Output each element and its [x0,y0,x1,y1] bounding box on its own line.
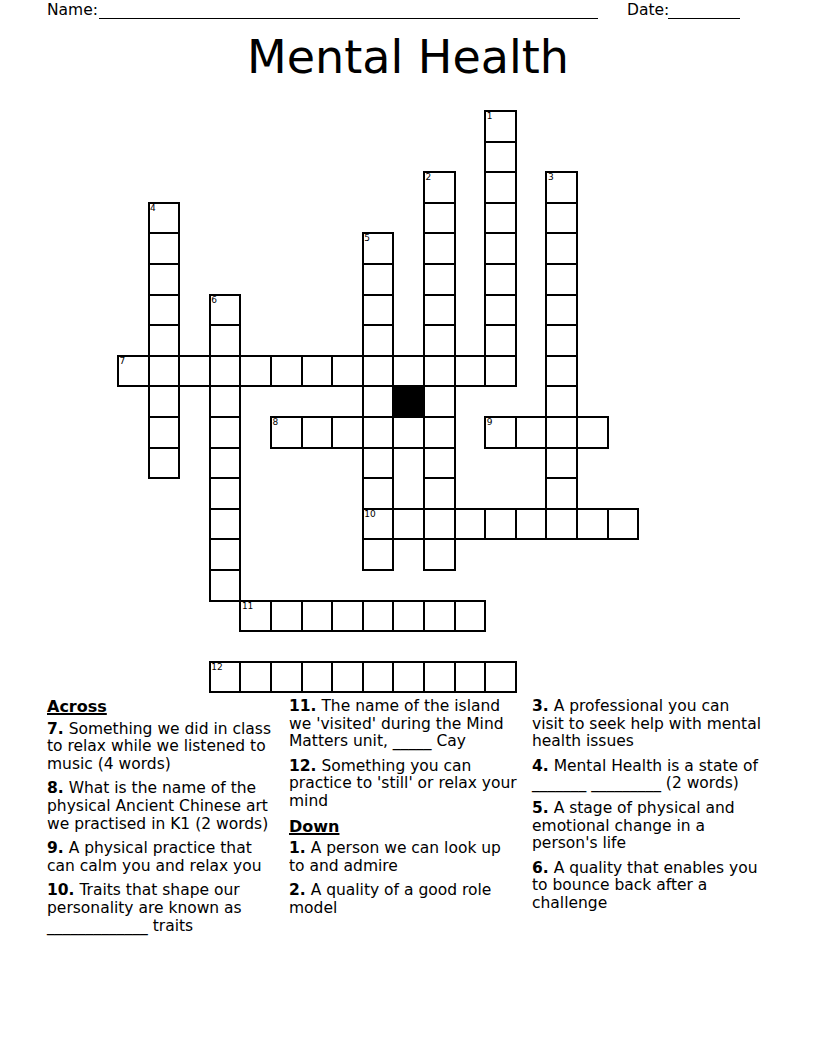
cell-r12-c14[interactable] [545,477,578,510]
grid-number-5: 5 [364,234,370,243]
clue-text-down-2: A quality of a good role model [289,881,491,917]
clue-number-down-5: 5. [532,799,549,817]
cell-r11-c3[interactable] [209,447,242,480]
clue-across-10: 10. Traits that shape our personality ar… [47,882,275,935]
cell-r8-c11[interactable] [454,355,487,388]
cell-r7-c1[interactable] [148,324,181,357]
date-label: Date: [627,1,669,19]
clue-down-4: 4. Mental Health is a state of _______ _… [532,758,766,793]
cell-r16-c7[interactable] [331,600,364,633]
cell-r6-c14[interactable] [545,294,578,327]
cell-r13-c12[interactable] [484,508,517,541]
cell-r18-c4[interactable] [239,661,272,694]
cell-r18-c9[interactable] [392,661,425,694]
cell-r9-c8[interactable] [362,385,395,418]
cell-r1-c12[interactable] [484,141,517,174]
cell-r6-c12[interactable] [484,294,517,327]
cell-r16-c10[interactable] [423,600,456,633]
cell-r10-c8[interactable] [362,416,395,449]
clue-number-down-1: 1. [289,839,306,857]
clue-number-across-11: 11. [289,697,316,715]
cell-r13-c11[interactable] [454,508,487,541]
cell-r13-c13[interactable] [515,508,548,541]
cell-r13-c14[interactable] [545,508,578,541]
clue-down-5: 5. A stage of physical and emotional cha… [532,800,766,853]
cell-r18-c11[interactable] [454,661,487,694]
cell-r12-c10[interactable] [423,477,456,510]
clue-number-across-7: 7. [47,720,64,738]
cell-r6-c8[interactable] [362,294,395,327]
crossword-grid: 123456789101112 [117,110,640,694]
clue-down-6: 6. A quality that enables you to bounce … [532,860,766,913]
cell-r3-c14[interactable] [545,202,578,235]
grid-number-8: 8 [273,418,279,427]
cell-r8-c12[interactable] [484,355,517,388]
clue-number-down-2: 2. [289,881,306,899]
clue-down-2: 2. A quality of a good role model [289,882,521,917]
worksheet-page: Name: Date: Mental Health 12345678910111… [0,0,816,1056]
cell-r8-c1[interactable] [148,355,181,388]
clue-text-down-5: A stage of physical and emotional change… [532,799,735,852]
cell-r14-c10[interactable] [423,538,456,571]
cell-r8-c4[interactable] [239,355,272,388]
clue-text-down-1: A person we can look up to and admire [289,839,501,875]
grid-number-10: 10 [364,510,375,519]
cell-r10-c6[interactable] [301,416,334,449]
cell-r8-c3[interactable] [209,355,242,388]
cell-r9-c10[interactable] [423,385,456,418]
clue-text-across-8: What is the name of the physical Ancient… [47,779,268,832]
grid-number-12: 12 [211,663,222,672]
clue-text-down-6: A quality that enables you to bounce bac… [532,859,758,912]
cell-r8-c6[interactable] [301,355,334,388]
cell-r5-c8[interactable] [362,263,395,296]
cell-r4-c12[interactable] [484,232,517,265]
grid-number-2: 2 [426,173,432,182]
clue-across-11: 11. The name of the island we 'visited' … [289,698,521,751]
cell-r8-c2[interactable] [178,355,211,388]
cell-r7-c12[interactable] [484,324,517,357]
cell-r5-c10[interactable] [423,263,456,296]
cell-r10-c9[interactable] [392,416,425,449]
cell-r5-c12[interactable] [484,263,517,296]
clue-number-across-10: 10. [47,881,74,899]
cell-r13-c16[interactable] [607,508,640,541]
cell-r2-c12[interactable] [484,171,517,204]
cell-r3-c10[interactable] [423,202,456,235]
cell-r16-c5[interactable] [270,600,303,633]
cell-r10-c3[interactable] [209,416,242,449]
down-heading: Down [289,818,521,836]
cell-r6-c1[interactable] [148,294,181,327]
clue-text-down-3: A professional you can visit to seek hel… [532,697,761,750]
cell-r7-c10[interactable] [423,324,456,357]
cell-r10-c10[interactable] [423,416,456,449]
clue-text-across-9: A physical practice that can calm you an… [47,839,262,875]
clue-number-down-3: 3. [532,697,549,715]
cell-r18-c12[interactable] [484,661,517,694]
clue-across-12: 12. Something you can practice to 'still… [289,758,521,811]
cell-r6-c10[interactable] [423,294,456,327]
puzzle-title: Mental Health [0,30,816,84]
name-label: Name: [47,1,98,19]
cell-r10-c14[interactable] [545,416,578,449]
cell-r8-c10[interactable] [423,355,456,388]
clue-down-3: 3. A professional you can visit to seek … [532,698,766,751]
cell-r12-c3[interactable] [209,477,242,510]
clue-across-9: 9. A physical practice that can calm you… [47,840,275,875]
cell-r13-c10[interactable] [423,508,456,541]
clues-column-right: 3. A professional you can visit to seek … [532,698,766,920]
grid-number-7: 7 [120,357,126,366]
clue-down-1: 1. A person we can look up to and admire [289,840,521,875]
cell-r16-c6[interactable] [301,600,334,633]
cell-r4-c14[interactable] [545,232,578,265]
cell-r14-c3[interactable] [209,538,242,571]
cell-r7-c14[interactable] [545,324,578,357]
cell-r8-c9[interactable] [392,355,425,388]
cell-r15-c3[interactable] [209,569,242,602]
clue-across-8: 8. What is the name of the physical Anci… [47,780,275,833]
clue-text-across-11: The name of the island we 'visited' duri… [289,697,504,750]
cell-r5-c14[interactable] [545,263,578,296]
cell-r3-c12[interactable] [484,202,517,235]
cell-r4-c1[interactable] [148,232,181,265]
cell-r13-c3[interactable] [209,508,242,541]
clues-column-left: Across 7. Something we did in class to r… [47,698,275,942]
cell-r14-c8[interactable] [362,538,395,571]
grid-number-1: 1 [487,112,493,121]
cell-r18-c8[interactable] [362,661,395,694]
blocked-cell [392,385,425,418]
date-fill-line[interactable] [668,1,740,19]
cell-r16-c9[interactable] [392,600,425,633]
cell-r8-c5[interactable] [270,355,303,388]
cell-r5-c1[interactable] [148,263,181,296]
cell-r10-c7[interactable] [331,416,364,449]
cell-r8-c7[interactable] [331,355,364,388]
clue-text-down-4: Mental Health is a state of _______ ____… [532,757,758,793]
cell-r7-c3[interactable] [209,324,242,357]
cell-r9-c14[interactable] [545,385,578,418]
clue-number-down-6: 6. [532,859,549,877]
cell-r9-c3[interactable] [209,385,242,418]
cell-r12-c8[interactable] [362,477,395,510]
cell-r10-c13[interactable] [515,416,548,449]
cell-r8-c8[interactable] [362,355,395,388]
clue-number-across-9: 9. [47,839,64,857]
cell-r11-c8[interactable] [362,447,395,480]
clue-number-across-12: 12. [289,757,316,775]
cell-r16-c8[interactable] [362,600,395,633]
clue-text-across-10: Traits that shape our personality are kn… [47,881,242,934]
clue-number-down-4: 4. [532,757,549,775]
cell-r13-c15[interactable] [576,508,609,541]
cell-r18-c6[interactable] [301,661,334,694]
cell-r10-c1[interactable] [148,416,181,449]
clue-text-across-12: Something you can practice to 'still' or… [289,757,517,810]
cell-r9-c1[interactable] [148,385,181,418]
clue-number-across-8: 8. [47,779,64,797]
grid-number-6: 6 [211,296,217,305]
grid-number-9: 9 [487,418,493,427]
grid-number-11: 11 [242,602,253,611]
cell-r11-c1[interactable] [148,447,181,480]
cell-r18-c7[interactable] [331,661,364,694]
cell-r7-c8[interactable] [362,324,395,357]
cell-r8-c14[interactable] [545,355,578,388]
grid-number-3: 3 [548,173,554,182]
cell-r16-c11[interactable] [454,600,487,633]
cell-r18-c10[interactable] [423,661,456,694]
cell-r11-c14[interactable] [545,447,578,480]
clue-text-across-7: Something we did in class to relax while… [47,720,271,773]
cell-r10-c15[interactable] [576,416,609,449]
clue-across-7: 7. Something we did in class to relax wh… [47,721,275,774]
across-heading: Across [47,698,275,716]
clues-column-middle: 11. The name of the island we 'visited' … [289,698,521,925]
cell-r11-c10[interactable] [423,447,456,480]
cell-r4-c10[interactable] [423,232,456,265]
cell-r13-c9[interactable] [392,508,425,541]
grid-number-4: 4 [150,204,156,213]
cell-r18-c5[interactable] [270,661,303,694]
name-fill-line[interactable] [99,1,598,19]
